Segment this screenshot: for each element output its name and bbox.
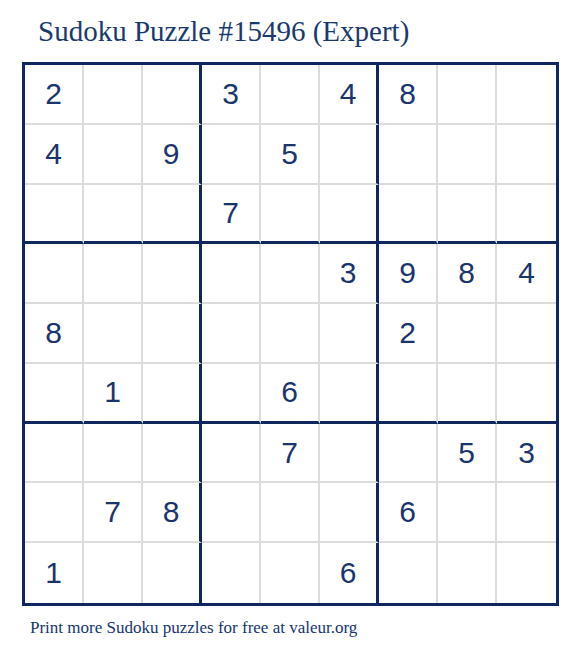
cell-r1c5 (261, 65, 320, 125)
cell-r5c1: 8 (25, 304, 84, 364)
cell-r9c6: 6 (320, 543, 379, 603)
cell-r1c8 (438, 65, 497, 125)
cell-r5c9 (497, 304, 556, 364)
cell-r7c8: 5 (438, 424, 497, 484)
cell-r3c4: 7 (202, 185, 261, 245)
cell-r9c9 (497, 543, 556, 603)
cell-r4c9: 4 (497, 244, 556, 304)
cell-r4c4 (202, 244, 261, 304)
cell-r6c2: 1 (84, 364, 143, 424)
cell-r7c2 (84, 424, 143, 484)
cell-r2c5: 5 (261, 125, 320, 185)
cell-r6c3 (143, 364, 202, 424)
cell-r6c7 (379, 364, 438, 424)
cell-r6c9 (497, 364, 556, 424)
cell-r4c6: 3 (320, 244, 379, 304)
cell-r2c8 (438, 125, 497, 185)
cell-r3c2 (84, 185, 143, 245)
cell-r2c4 (202, 125, 261, 185)
cell-r2c1: 4 (25, 125, 84, 185)
cell-r7c3 (143, 424, 202, 484)
cell-r2c9 (497, 125, 556, 185)
cell-r8c1 (25, 483, 84, 543)
cell-r9c7 (379, 543, 438, 603)
sudoku-page: Sudoku Puzzle #15496 (Expert) 2348495739… (0, 0, 580, 651)
cell-r7c5: 7 (261, 424, 320, 484)
cell-r1c6: 4 (320, 65, 379, 125)
cell-r9c3 (143, 543, 202, 603)
cell-r7c9: 3 (497, 424, 556, 484)
cell-r7c4 (202, 424, 261, 484)
cell-r3c9 (497, 185, 556, 245)
cell-r7c1 (25, 424, 84, 484)
cell-r1c7: 8 (379, 65, 438, 125)
cell-r2c2 (84, 125, 143, 185)
footer-text: Print more Sudoku puzzles for free at va… (30, 618, 357, 638)
cell-r6c1 (25, 364, 84, 424)
cell-r9c2 (84, 543, 143, 603)
cell-r1c4: 3 (202, 65, 261, 125)
cell-r9c8 (438, 543, 497, 603)
cell-r1c2 (84, 65, 143, 125)
cell-r3c3 (143, 185, 202, 245)
cell-r3c6 (320, 185, 379, 245)
cell-r2c7 (379, 125, 438, 185)
cell-r4c1 (25, 244, 84, 304)
sudoku-grid: 234849573984821675378616 (22, 62, 559, 606)
cell-r5c6 (320, 304, 379, 364)
cell-r8c2: 7 (84, 483, 143, 543)
cell-r6c4 (202, 364, 261, 424)
cell-r5c7: 2 (379, 304, 438, 364)
cell-r6c6 (320, 364, 379, 424)
cell-r8c6 (320, 483, 379, 543)
cell-r4c8: 8 (438, 244, 497, 304)
page-title: Sudoku Puzzle #15496 (Expert) (38, 14, 409, 49)
cell-r6c5: 6 (261, 364, 320, 424)
cell-r3c8 (438, 185, 497, 245)
cell-r4c2 (84, 244, 143, 304)
cell-r6c8 (438, 364, 497, 424)
cell-r3c7 (379, 185, 438, 245)
cell-r8c8 (438, 483, 497, 543)
cell-r3c5 (261, 185, 320, 245)
cell-r8c9 (497, 483, 556, 543)
cell-r4c3 (143, 244, 202, 304)
cell-r8c4 (202, 483, 261, 543)
cell-r1c3 (143, 65, 202, 125)
cell-r1c1: 2 (25, 65, 84, 125)
cell-r4c7: 9 (379, 244, 438, 304)
cell-r8c5 (261, 483, 320, 543)
cell-r5c5 (261, 304, 320, 364)
cell-r8c7: 6 (379, 483, 438, 543)
cell-r5c2 (84, 304, 143, 364)
cell-r1c9 (497, 65, 556, 125)
cell-r3c1 (25, 185, 84, 245)
cell-r8c3: 8 (143, 483, 202, 543)
cell-r5c3 (143, 304, 202, 364)
cell-r9c4 (202, 543, 261, 603)
cell-r4c5 (261, 244, 320, 304)
cell-r2c3: 9 (143, 125, 202, 185)
cell-r5c4 (202, 304, 261, 364)
cell-r7c7 (379, 424, 438, 484)
cell-r9c1: 1 (25, 543, 84, 603)
cell-r7c6 (320, 424, 379, 484)
cell-r9c5 (261, 543, 320, 603)
cell-r5c8 (438, 304, 497, 364)
cell-r2c6 (320, 125, 379, 185)
